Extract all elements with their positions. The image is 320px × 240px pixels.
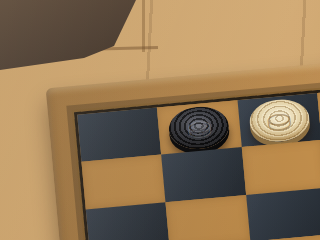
square-b1[interactable]: ⛂	[157, 100, 241, 154]
square-b3[interactable]	[166, 194, 250, 240]
square-c1[interactable]: ⛀	[237, 93, 320, 147]
square-a2[interactable]	[81, 155, 165, 209]
square-b2[interactable]	[161, 147, 245, 201]
black-man-glyph: ⛂	[185, 111, 213, 143]
piece-black-b1[interactable]: ⛂	[167, 104, 231, 151]
scene-photo: ⛂⛀⛂⛂⛀⛀⛀⛂⛀⛀⛂ ⛀⛀⛀⛀⛀	[0, 0, 320, 240]
square-c2[interactable]	[241, 140, 320, 194]
square-a3[interactable]	[86, 202, 170, 240]
square-a1[interactable]	[77, 108, 161, 162]
floor-plank-joint-vertical	[142, 0, 145, 52]
square-c3[interactable]	[246, 187, 320, 240]
white-man-glyph: ⛀	[265, 104, 293, 136]
piece-white-c1[interactable]: ⛀	[247, 97, 311, 144]
